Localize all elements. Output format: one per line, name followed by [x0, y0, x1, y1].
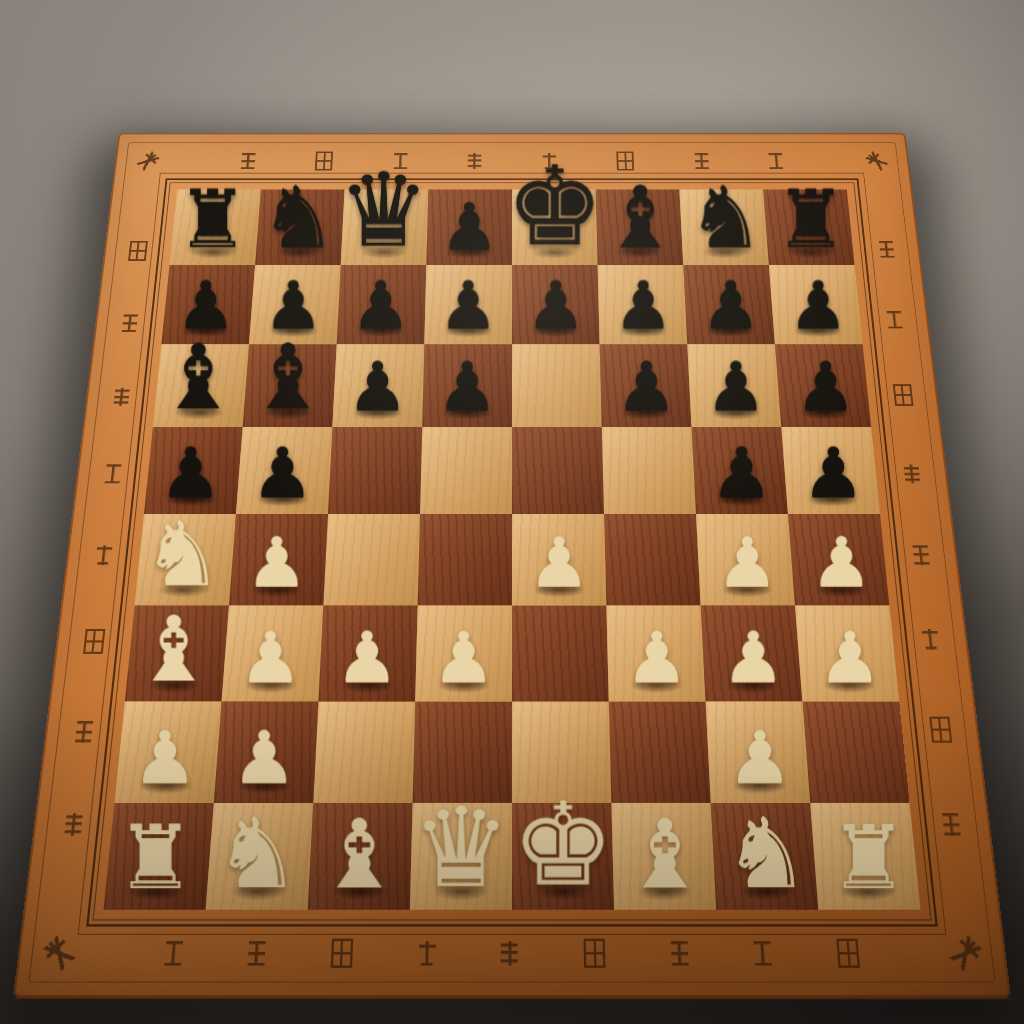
square-a4[interactable]: ♞: [135, 514, 236, 605]
square-e4[interactable]: ♟: [512, 514, 606, 605]
border-glyph: [393, 153, 407, 169]
white-pawn[interactable]: ♟: [721, 625, 785, 693]
border-glyph: [542, 153, 556, 169]
white-pawn[interactable]: ♟: [727, 724, 793, 794]
border-glyph: [128, 241, 148, 261]
border-glyph: [468, 153, 482, 169]
white-pawn[interactable]: ♟: [810, 531, 872, 597]
square-c3[interactable]: ♟: [318, 605, 417, 701]
border-glyph: [41, 934, 76, 973]
white-rook[interactable]: ♜: [829, 816, 908, 900]
white-pawn[interactable]: ♟: [716, 531, 778, 597]
white-pawn[interactable]: ♟: [625, 625, 689, 693]
square-h2[interactable]: [802, 702, 909, 803]
border-glyph: [903, 465, 920, 484]
white-knight[interactable]: ♞: [142, 512, 223, 598]
border-glyph: [892, 384, 913, 406]
border-glyph: [912, 545, 929, 565]
square-b1[interactable]: ♞: [206, 803, 314, 910]
border-glyph: [113, 388, 130, 406]
border-glyph: [74, 721, 92, 743]
square-f2[interactable]: [609, 702, 711, 803]
border-glyph: [104, 465, 121, 484]
square-a1[interactable]: ♜: [104, 803, 214, 910]
chess-photo-scene: { "game": "chess", "scene_description": …: [0, 0, 1024, 1024]
white-bishop[interactable]: ♝: [622, 810, 707, 900]
border-glyph: [948, 934, 983, 973]
border-glyph: [617, 152, 635, 171]
white-pawn[interactable]: ♟: [335, 625, 399, 693]
border-glyph: [929, 716, 952, 742]
white-knight[interactable]: ♞: [723, 808, 810, 901]
border-glyph: [878, 241, 894, 258]
square-f1[interactable]: ♝: [611, 803, 716, 910]
square-g1[interactable]: ♞: [711, 803, 819, 910]
white-pawn[interactable]: ♟: [432, 625, 496, 693]
white-pawn[interactable]: ♟: [239, 625, 303, 693]
border-glyph: [886, 311, 902, 328]
square-f3[interactable]: ♟: [606, 605, 705, 701]
square-c1[interactable]: ♝: [308, 803, 413, 910]
square-g2[interactable]: ♟: [706, 702, 811, 803]
white-king[interactable]: ♚: [511, 791, 614, 900]
square-b2[interactable]: ♟: [214, 702, 319, 803]
white-pawn[interactable]: ♟: [132, 724, 198, 794]
square-h4[interactable]: ♟: [788, 514, 889, 605]
square-b4[interactable]: ♟: [229, 514, 328, 605]
white-queen[interactable]: ♛: [411, 795, 510, 900]
chess-board: ♜♞♛♟♚♝♞♜♟♟♟♟♟♟♟♟♝♝♟♟♟♟♟♟♟♟♟♞♟♟♟♟♝♟♟♟♟♟♟♟…: [13, 133, 1011, 998]
scene: ♜♞♛♟♚♝♞♜♟♟♟♟♟♟♟♟♝♝♟♟♟♟♟♟♟♟♟♞♟♟♟♟♝♟♟♟♟♟♟♟…: [0, 0, 1024, 1024]
white-bishop[interactable]: ♝: [134, 607, 215, 693]
square-h1[interactable]: ♜: [810, 803, 920, 910]
white-rook[interactable]: ♜: [116, 816, 195, 900]
square-d1[interactable]: ♛: [410, 803, 512, 910]
square-b3[interactable]: ♟: [222, 605, 324, 701]
square-g3[interactable]: ♟: [701, 605, 803, 701]
border-glyph: [769, 153, 784, 169]
square-d3[interactable]: ♟: [415, 605, 512, 701]
border-glyph: [240, 153, 255, 169]
square-a3[interactable]: ♝: [125, 605, 229, 701]
border-glyph: [64, 813, 83, 836]
white-pawn[interactable]: ♟: [245, 531, 307, 597]
white-pawn[interactable]: ♟: [231, 724, 297, 794]
border-glyph: [315, 152, 333, 171]
white-knight[interactable]: ♞: [214, 808, 301, 901]
white-bishop[interactable]: ♝: [316, 810, 401, 900]
square-a2[interactable]: ♟: [114, 702, 221, 803]
square-g4[interactable]: ♟: [696, 514, 795, 605]
white-pawn[interactable]: ♟: [818, 625, 882, 693]
square-e3[interactable]: [512, 605, 609, 701]
square-c2[interactable]: [313, 702, 415, 803]
square-h3[interactable]: ♟: [795, 605, 899, 701]
square-e1[interactable]: ♚: [512, 803, 614, 910]
border-glyph: [135, 150, 160, 171]
square-c4[interactable]: [323, 514, 420, 605]
square-f4[interactable]: [604, 514, 701, 605]
white-pawn[interactable]: ♟: [528, 531, 590, 597]
border-glyph: [121, 315, 137, 332]
border-glyph: [95, 545, 112, 565]
border-glyph: [864, 150, 889, 171]
square-d4[interactable]: [418, 514, 512, 605]
border-glyph: [941, 813, 960, 836]
border-glyph: [694, 153, 708, 169]
